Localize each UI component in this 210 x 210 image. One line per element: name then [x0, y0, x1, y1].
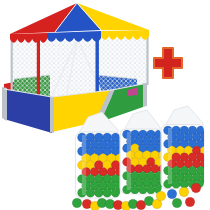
bag-2-sheen — [127, 132, 131, 190]
plastic-ball — [172, 180, 181, 189]
plastic-ball — [86, 188, 95, 197]
bag-3-sheen — [168, 128, 172, 184]
product-image — [0, 0, 210, 210]
plastic-ball — [94, 188, 103, 197]
canopy-roof — [10, 3, 149, 34]
plastic-ball — [139, 185, 148, 194]
frame-pole-red — [37, 38, 40, 98]
plus-icon — [154, 48, 182, 78]
ball-bag-2 — [120, 110, 167, 194]
plastic-ball — [167, 189, 177, 199]
plastic-ball — [191, 183, 201, 193]
plastic-ball — [103, 188, 112, 197]
bracket-right-corner — [143, 83, 147, 107]
scene-svg — [0, 0, 210, 210]
bag-1-sheen — [82, 135, 86, 195]
frame-pole-blue — [96, 36, 99, 94]
ball-pit-tent — [2, 3, 149, 133]
frame-pole-far-right — [146, 35, 148, 85]
plastic-ball — [185, 197, 195, 207]
plastic-ball — [131, 185, 140, 194]
bracket-left-corner — [2, 87, 7, 121]
plastic-ball — [172, 198, 182, 208]
plastic-ball — [72, 198, 82, 208]
plastic-ball — [156, 191, 166, 201]
frame-pole-far-left — [11, 37, 13, 92]
valance-left — [10, 33, 47, 43]
ball-bag-3 — [161, 106, 209, 189]
bracket-left-front — [50, 96, 54, 133]
ball-bags — [76, 106, 210, 198]
plastic-ball — [147, 185, 156, 194]
plastic-ball — [179, 187, 189, 197]
